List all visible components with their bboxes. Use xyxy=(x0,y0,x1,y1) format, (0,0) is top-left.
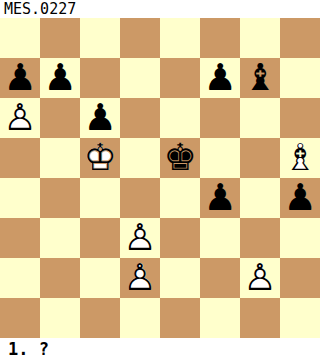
square-b8[interactable] xyxy=(40,18,80,58)
square-c3[interactable] xyxy=(80,218,120,258)
puzzle-id: MES.0227 xyxy=(4,0,76,18)
square-e4[interactable] xyxy=(160,178,200,218)
square-e2[interactable] xyxy=(160,258,200,298)
square-c5[interactable]: ♚♔ xyxy=(80,138,120,178)
square-f5[interactable] xyxy=(200,138,240,178)
square-d2[interactable]: ♟♙ xyxy=(120,258,160,298)
square-a6[interactable]: ♟♙ xyxy=(0,98,40,138)
square-h1[interactable] xyxy=(280,298,320,338)
square-c2[interactable] xyxy=(80,258,120,298)
square-f1[interactable] xyxy=(200,298,240,338)
square-a5[interactable] xyxy=(0,138,40,178)
title-bar: MES.0227 xyxy=(0,0,320,18)
square-f3[interactable] xyxy=(200,218,240,258)
square-g2[interactable]: ♟♙ xyxy=(240,258,280,298)
chess-puzzle-app: MES.0227 ♟♟♟♝♟♙♟♚♔♚♝♗♟♟♟♙♟♙♟♙ 1. ? xyxy=(0,0,320,360)
square-g6[interactable] xyxy=(240,98,280,138)
square-h8[interactable] xyxy=(280,18,320,58)
square-e6[interactable] xyxy=(160,98,200,138)
square-f4[interactable]: ♟ xyxy=(200,178,240,218)
chess-board: ♟♟♟♝♟♙♟♚♔♚♝♗♟♟♟♙♟♙♟♙ xyxy=(0,18,320,338)
black-bishop-piece: ♝ xyxy=(240,58,280,98)
square-c1[interactable] xyxy=(80,298,120,338)
square-g8[interactable] xyxy=(240,18,280,58)
square-g3[interactable] xyxy=(240,218,280,258)
white-pawn-piece: ♟♙ xyxy=(120,258,160,298)
square-g5[interactable] xyxy=(240,138,280,178)
square-e1[interactable] xyxy=(160,298,200,338)
square-b3[interactable] xyxy=(40,218,80,258)
square-b1[interactable] xyxy=(40,298,80,338)
black-pawn-piece: ♟ xyxy=(200,178,240,218)
square-a3[interactable] xyxy=(0,218,40,258)
square-d4[interactable] xyxy=(120,178,160,218)
black-king-piece: ♚ xyxy=(160,138,200,178)
square-g4[interactable] xyxy=(240,178,280,218)
square-d8[interactable] xyxy=(120,18,160,58)
square-e5[interactable]: ♚ xyxy=(160,138,200,178)
square-c7[interactable] xyxy=(80,58,120,98)
square-a8[interactable] xyxy=(0,18,40,58)
black-pawn-piece: ♟ xyxy=(40,58,80,98)
square-b6[interactable] xyxy=(40,98,80,138)
square-a4[interactable] xyxy=(0,178,40,218)
square-f7[interactable]: ♟ xyxy=(200,58,240,98)
square-d3[interactable]: ♟♙ xyxy=(120,218,160,258)
square-g1[interactable] xyxy=(240,298,280,338)
square-a7[interactable]: ♟ xyxy=(0,58,40,98)
square-e7[interactable] xyxy=(160,58,200,98)
square-a1[interactable] xyxy=(0,298,40,338)
square-h5[interactable]: ♝♗ xyxy=(280,138,320,178)
black-pawn-piece: ♟ xyxy=(80,98,120,138)
white-bishop-piece: ♝♗ xyxy=(280,138,320,178)
black-pawn-piece: ♟ xyxy=(280,178,320,218)
square-d5[interactable] xyxy=(120,138,160,178)
white-king-piece: ♚♔ xyxy=(80,138,120,178)
footer-bar: 1. ? xyxy=(0,338,320,360)
square-b7[interactable]: ♟ xyxy=(40,58,80,98)
white-pawn-piece: ♟♙ xyxy=(0,98,40,138)
square-h4[interactable]: ♟ xyxy=(280,178,320,218)
square-d1[interactable] xyxy=(120,298,160,338)
square-f8[interactable] xyxy=(200,18,240,58)
square-d7[interactable] xyxy=(120,58,160,98)
move-prompt: 1. ? xyxy=(8,338,49,360)
square-h3[interactable] xyxy=(280,218,320,258)
square-b4[interactable] xyxy=(40,178,80,218)
square-c6[interactable]: ♟ xyxy=(80,98,120,138)
square-a2[interactable] xyxy=(0,258,40,298)
square-h6[interactable] xyxy=(280,98,320,138)
square-g7[interactable]: ♝ xyxy=(240,58,280,98)
square-c4[interactable] xyxy=(80,178,120,218)
square-h7[interactable] xyxy=(280,58,320,98)
square-d6[interactable] xyxy=(120,98,160,138)
square-c8[interactable] xyxy=(80,18,120,58)
white-pawn-piece: ♟♙ xyxy=(240,258,280,298)
square-f6[interactable] xyxy=(200,98,240,138)
white-pawn-piece: ♟♙ xyxy=(120,218,160,258)
square-e3[interactable] xyxy=(160,218,200,258)
square-f2[interactable] xyxy=(200,258,240,298)
square-h2[interactable] xyxy=(280,258,320,298)
square-b5[interactable] xyxy=(40,138,80,178)
black-pawn-piece: ♟ xyxy=(0,58,40,98)
black-pawn-piece: ♟ xyxy=(200,58,240,98)
square-e8[interactable] xyxy=(160,18,200,58)
square-b2[interactable] xyxy=(40,258,80,298)
